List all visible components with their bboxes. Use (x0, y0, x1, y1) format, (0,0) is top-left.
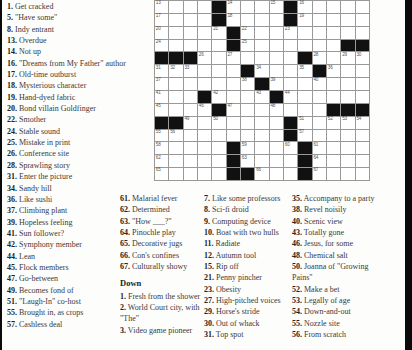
cell-number: 41 (156, 91, 161, 96)
clue-item: 5. "Have some" (7, 12, 140, 23)
grid-cell[interactable] (241, 52, 254, 64)
grid-cell[interactable] (327, 142, 340, 154)
grid-cell[interactable] (255, 14, 268, 26)
black-square (298, 155, 311, 167)
grid-cell[interactable] (313, 91, 326, 103)
cell-number: 52 (328, 117, 333, 122)
clue-item: 16. "Dreams from My Father" author (7, 58, 140, 69)
grid-cell[interactable] (169, 40, 182, 52)
grid-cell[interactable] (298, 91, 311, 103)
grid-cell[interactable] (255, 142, 268, 154)
cell-number: 61 (313, 143, 318, 148)
grid-cell[interactable] (327, 40, 340, 52)
black-square (169, 52, 182, 64)
grid-cell[interactable]: 24 (155, 40, 168, 52)
grid-cell[interactable]: 60 (284, 142, 297, 154)
cell-number: 66 (256, 168, 261, 173)
grid-cell[interactable]: 25 (241, 40, 254, 52)
grid-cell[interactable] (356, 14, 369, 26)
grid-cell[interactable] (198, 27, 211, 39)
grid-cell[interactable] (356, 142, 369, 154)
cell-number: 19 (299, 14, 304, 19)
grid-cell[interactable]: 19 (298, 14, 311, 26)
grid-cell[interactable] (241, 130, 254, 142)
grid-cell[interactable]: 14 (227, 1, 240, 13)
black-square (298, 168, 311, 180)
grid-cell[interactable] (356, 91, 369, 103)
grid-cell[interactable]: 30 (356, 52, 369, 64)
grid-cell[interactable] (327, 155, 340, 167)
across-clue-list-continued: 61. Malarial fever62. Determined63. "How… (120, 193, 204, 272)
grid-cell[interactable]: 38 (241, 78, 254, 90)
black-square (298, 142, 311, 154)
grid-cell[interactable]: 48 (270, 104, 283, 116)
grid-cell[interactable] (198, 65, 211, 77)
grid-cell[interactable] (284, 104, 297, 116)
cell-number: 53 (342, 117, 347, 122)
black-square (284, 14, 297, 26)
clue-item: 2. World Court city, with "The" (120, 302, 204, 325)
clue-item: 53. Legally of age (292, 295, 384, 306)
black-square (327, 104, 340, 116)
grid-cell[interactable] (313, 14, 326, 26)
grid-cell[interactable] (270, 168, 283, 180)
grid-cell[interactable] (212, 168, 225, 180)
grid-cell[interactable] (341, 27, 354, 39)
cell-number: 55 (156, 130, 161, 135)
clue-item: 54. Down-and-out (292, 306, 384, 317)
cell-number: 54 (356, 117, 361, 122)
clue-item: 67. Culturally showy (120, 261, 204, 272)
grid-cell[interactable] (241, 1, 254, 13)
cell-number: 48 (270, 104, 275, 109)
cell-number: 49 (184, 117, 189, 122)
cell-number: 31 (156, 66, 161, 71)
grid-cell[interactable] (356, 65, 369, 77)
cell-number: 23 (285, 27, 290, 32)
clue-item: 3. Video game pioneer (120, 325, 204, 336)
grid-cell[interactable] (298, 27, 311, 39)
grid-cell[interactable] (327, 52, 340, 64)
down-clue-list-2: 7. Like some professors8. Sci-fi droid9.… (204, 193, 296, 340)
clue-item: 20. Bond villain Goldfinger (7, 103, 140, 114)
clue-item: 1. Get cracked (7, 1, 140, 12)
grid-cell[interactable] (356, 155, 369, 167)
grid-cell[interactable] (313, 104, 326, 116)
cell-number: 36 (328, 66, 333, 71)
grid-cell[interactable] (341, 168, 354, 180)
black-square (341, 104, 354, 116)
grid-cell[interactable]: 54 (356, 117, 369, 129)
black-square (227, 40, 240, 52)
grid-cell[interactable] (327, 78, 340, 90)
clue-item: 15. Rip off (204, 261, 296, 272)
grid-cell[interactable]: 67 (313, 168, 326, 180)
grid-cell[interactable] (284, 78, 297, 90)
black-square (356, 40, 369, 52)
grid-cell[interactable]: 41 (155, 91, 168, 103)
grid-cell[interactable]: 15 (270, 1, 283, 13)
down-clue-list-1: 1. Fresh from the shower2. World Court c… (120, 291, 204, 336)
cell-number: 42 (213, 91, 218, 96)
grid-cell[interactable] (198, 78, 211, 90)
grid-cell[interactable]: 22 (241, 27, 254, 39)
grid-cell[interactable] (241, 14, 254, 26)
cell-number: 37 (156, 78, 161, 83)
clue-item: 38. Revel noisily (292, 204, 384, 215)
grid-cell[interactable]: 61 (313, 142, 326, 154)
cell-number: 44 (285, 91, 290, 96)
black-square (241, 65, 254, 77)
down-section-header: Down (120, 278, 204, 289)
clue-item: 9. Computing device (204, 216, 296, 227)
grid-cell[interactable] (198, 40, 211, 52)
clue-item: 29. Horse's stride (204, 306, 296, 317)
clue-item: 56. From scratch (292, 329, 384, 340)
bottom-left-clue-column: 61. Malarial fever62. Determined63. "How… (120, 193, 204, 336)
grid-cell[interactable] (270, 40, 283, 52)
grid-cell[interactable] (270, 155, 283, 167)
cell-number: 22 (242, 27, 247, 32)
clue-item: 10. Boat with two hulls (204, 227, 296, 238)
grid-cell[interactable] (184, 91, 197, 103)
grid-cell[interactable] (313, 130, 326, 142)
cell-number: 15 (270, 1, 275, 6)
cell-number: 18 (227, 14, 232, 19)
clue-item: 11. Radiate (204, 238, 296, 249)
grid-cell[interactable] (169, 142, 182, 154)
cell-number: 63 (242, 156, 247, 161)
crossword-grid[interactable]: 1314151617181920212223242526272829303132… (154, 0, 370, 181)
grid-cell[interactable] (284, 168, 297, 180)
clue-item: 12. Autumn tool (204, 250, 296, 261)
cell-number: 56 (170, 130, 175, 135)
cell-number: 34 (256, 66, 261, 71)
grid-cell[interactable] (241, 117, 254, 129)
clue-item: 19. Hand-dyed fabric (7, 92, 140, 103)
grid-cell[interactable] (198, 1, 211, 13)
grid-cell[interactable]: 16 (298, 1, 311, 13)
grid-cell[interactable] (255, 155, 268, 167)
grid-cell[interactable]: 51 (298, 117, 311, 129)
clue-item: 46. Jesus, for some (292, 238, 384, 249)
cell-number: 14 (227, 1, 232, 6)
grid-cell[interactable] (356, 1, 369, 13)
cell-number: 50 (213, 117, 218, 122)
clue-item: 8. Indy entrant (7, 24, 140, 35)
grid-cell[interactable]: 46 (198, 104, 211, 116)
cell-number: 32 (170, 66, 175, 71)
grid-cell[interactable] (227, 91, 240, 103)
cell-number: 13 (156, 1, 161, 6)
grid-cell[interactable]: 49 (184, 117, 197, 129)
grid-cell[interactable] (212, 78, 225, 90)
grid-cell[interactable] (184, 155, 197, 167)
grid-cell[interactable] (227, 130, 240, 142)
grid-cell[interactable] (198, 14, 211, 26)
grid-cell[interactable] (270, 27, 283, 39)
grid-cell[interactable] (184, 14, 197, 26)
grid-cell[interactable] (227, 65, 240, 77)
grid-cell[interactable]: 36 (327, 65, 340, 77)
clue-item: 43. Totally gone (292, 227, 384, 238)
grid-cell[interactable] (327, 168, 340, 180)
grid-cell[interactable]: 26 (198, 52, 211, 64)
cell-number: 27 (227, 53, 232, 58)
grid-cell[interactable] (255, 104, 268, 116)
clue-item: 23. Obesity (204, 284, 296, 295)
cell-number: 65 (156, 168, 161, 173)
black-square (184, 52, 197, 64)
black-square (212, 104, 225, 116)
cell-number: 35 (299, 66, 304, 71)
grid-cell[interactable]: 32 (169, 65, 182, 77)
clue-item: 31. Top spot (204, 329, 296, 340)
grid-cell[interactable]: 37 (155, 78, 168, 90)
grid-cell[interactable] (313, 117, 326, 129)
grid-cell[interactable] (227, 78, 240, 90)
grid-cell[interactable] (255, 130, 268, 142)
clue-item: 52. Make a bet (292, 284, 384, 295)
grid-cell[interactable] (341, 1, 354, 13)
grid-cell[interactable]: 33 (184, 65, 197, 77)
grid-cell[interactable]: 20 (155, 27, 168, 39)
black-square (212, 14, 225, 26)
cell-number: 16 (299, 1, 304, 6)
grid-cell[interactable] (169, 155, 182, 167)
grid-cell[interactable]: 65 (155, 168, 168, 180)
black-square (341, 40, 354, 52)
grid-cell[interactable] (169, 78, 182, 90)
black-square (284, 1, 297, 13)
grid-cell[interactable] (341, 91, 354, 103)
grid-cell[interactable]: 29 (341, 52, 354, 64)
cell-number: 21 (213, 27, 218, 32)
grid-cell[interactable] (212, 155, 225, 167)
black-square (169, 117, 182, 129)
grid-cell[interactable] (184, 1, 197, 13)
cell-number: 51 (299, 117, 304, 122)
grid-cell[interactable]: 23 (284, 27, 297, 39)
cell-number: 46 (199, 104, 204, 109)
grid-cell[interactable]: 55 (155, 130, 168, 142)
grid-cell[interactable]: 28 (313, 52, 326, 64)
grid-cell[interactable] (169, 27, 182, 39)
grid-cell[interactable]: 53 (341, 117, 354, 129)
black-square (356, 104, 369, 116)
clue-item: 64. Pinochle play (120, 227, 204, 238)
grid-cell[interactable] (341, 65, 354, 77)
grid-cell[interactable] (327, 14, 340, 26)
grid-cell[interactable]: 21 (212, 27, 225, 39)
grid-cell[interactable] (184, 27, 197, 39)
grid-cell[interactable]: 39 (270, 78, 283, 90)
cell-number: 30 (356, 53, 361, 58)
black-square (155, 52, 168, 64)
black-square (313, 65, 326, 77)
grid-cell[interactable] (241, 104, 254, 116)
grid-cell[interactable] (212, 65, 225, 77)
cell-number: 45 (156, 104, 161, 109)
clue-item: 14. Not up (7, 46, 140, 57)
grid-cell[interactable] (298, 104, 311, 116)
grid-cell[interactable] (270, 52, 283, 64)
grid-cell[interactable] (184, 130, 197, 142)
grid-cell[interactable]: 63 (241, 155, 254, 167)
grid-cell[interactable] (255, 1, 268, 13)
black-square (155, 117, 168, 129)
grid-cell[interactable] (313, 40, 326, 52)
black-square (227, 142, 240, 154)
grid-cell[interactable] (298, 40, 311, 52)
grid-cell[interactable] (255, 52, 268, 64)
clue-item: 17. Old-time outburst (7, 69, 140, 80)
grid-cell[interactable] (169, 14, 182, 26)
clue-item: 27. High-pitched voices (204, 295, 296, 306)
grid-cell[interactable] (327, 91, 340, 103)
clue-item: 48. Chemical salt (292, 250, 384, 261)
grid-cell[interactable] (356, 78, 369, 90)
grid-cell[interactable] (184, 40, 197, 52)
clue-item: 13. Overdue (7, 35, 140, 46)
clue-item: 18. Mysterious character (7, 80, 140, 91)
clue-item: 8. Sci-fi droid (204, 204, 296, 215)
grid-cell[interactable] (198, 117, 211, 129)
grid-cell[interactable] (356, 130, 369, 142)
grid-cell[interactable]: 47 (227, 104, 240, 116)
grid-cell[interactable] (212, 142, 225, 154)
grid-cell[interactable] (198, 155, 211, 167)
cell-number: 64 (313, 156, 318, 161)
cell-number: 39 (270, 78, 275, 83)
grid-cell[interactable] (184, 168, 197, 180)
grid-cell[interactable]: 58 (155, 142, 168, 154)
grid-cell[interactable] (255, 117, 268, 129)
cell-number: 25 (242, 40, 247, 45)
grid-cell[interactable]: 57 (298, 130, 311, 142)
grid-cell[interactable] (327, 1, 340, 13)
clue-item: 63. "How ___?" (120, 216, 204, 227)
grid-cell[interactable] (356, 27, 369, 39)
grid-cell[interactable] (341, 142, 354, 154)
cell-number: 58 (156, 143, 161, 148)
cell-number: 17 (156, 14, 161, 19)
grid-cell[interactable] (313, 1, 326, 13)
grid-cell[interactable]: 35 (298, 65, 311, 77)
grid-cell[interactable] (313, 27, 326, 39)
grid-cell[interactable]: 56 (169, 130, 182, 142)
clue-item: 30. Out of whack (204, 318, 296, 329)
grid-cell[interactable] (341, 78, 354, 90)
grid-cell[interactable]: 17 (155, 14, 168, 26)
grid-cell[interactable] (270, 65, 283, 77)
grid-cell[interactable] (270, 117, 283, 129)
down-clue-list-3: 35. Accompany to a party38. Revel noisil… (292, 193, 384, 340)
grid-cell[interactable]: 64 (313, 155, 326, 167)
grid-cell[interactable] (184, 78, 197, 90)
grid-cell[interactable] (184, 142, 197, 154)
grid-cell[interactable] (284, 155, 297, 167)
clue-item: 55. Nozzle site (292, 318, 384, 329)
grid-cell[interactable] (227, 117, 240, 129)
grid-cell[interactable] (198, 168, 211, 180)
clue-item: 24. Stable sound (7, 126, 140, 137)
grid-cell[interactable]: 44 (284, 91, 297, 103)
cell-number: 43 (256, 91, 261, 96)
grid-cell[interactable]: 34 (255, 65, 268, 77)
grid-cell[interactable] (284, 65, 297, 77)
grid-cell[interactable] (341, 130, 354, 142)
grid-cell[interactable] (270, 142, 283, 154)
grid-cell[interactable] (255, 27, 268, 39)
cell-number: 26 (199, 53, 204, 58)
grid-cell[interactable] (198, 142, 211, 154)
cell-number: 59 (242, 143, 247, 148)
grid-cell[interactable] (169, 91, 182, 103)
grid-cell[interactable] (184, 104, 197, 116)
grid-cell[interactable]: 59 (241, 142, 254, 154)
grid-cell[interactable] (212, 52, 225, 64)
grid-cell[interactable] (241, 91, 254, 103)
cell-number: 60 (285, 143, 290, 148)
grid-cell[interactable]: 45 (155, 104, 168, 116)
clue-item: 66. Con's confines (120, 250, 204, 261)
page-scan-edge-left (0, 0, 2, 350)
grid-cell[interactable] (284, 52, 297, 64)
grid-cell[interactable] (341, 14, 354, 26)
black-square (298, 52, 311, 64)
grid-cell[interactable] (298, 78, 311, 90)
grid-cell[interactable] (356, 168, 369, 180)
grid-cell[interactable] (255, 40, 268, 52)
grid-cell[interactable] (270, 14, 283, 26)
grid-cell[interactable] (169, 104, 182, 116)
clue-item: 40. Scenic view (292, 216, 384, 227)
grid-cell[interactable] (284, 40, 297, 52)
clue-item: 22. Smother (7, 114, 140, 125)
grid-cell[interactable] (341, 155, 354, 167)
grid-cell[interactable]: 27 (227, 52, 240, 64)
cell-number: 40 (313, 78, 318, 83)
cell-number: 62 (156, 156, 161, 161)
clue-item: 50. Joanna of "Growing Pains" (292, 261, 384, 284)
grid-cell[interactable]: 18 (227, 14, 240, 26)
grid-cell[interactable]: 43 (255, 91, 268, 103)
cell-number: 67 (313, 168, 318, 173)
grid-cell[interactable] (270, 130, 283, 142)
grid-cell[interactable] (169, 168, 182, 180)
grid-cell[interactable] (198, 130, 211, 142)
grid-cell[interactable]: 66 (255, 168, 268, 180)
grid-cell[interactable]: 52 (327, 117, 340, 129)
cell-number: 24 (156, 40, 161, 45)
grid-cell[interactable]: 13 (155, 1, 168, 13)
grid-cell[interactable] (327, 27, 340, 39)
black-square (227, 155, 240, 167)
clue-item: 28. Sprawling story (7, 160, 140, 171)
cell-number: 33 (184, 66, 189, 71)
grid-cell[interactable]: 62 (155, 155, 168, 167)
grid-cell[interactable]: 50 (212, 117, 225, 129)
grid-cell[interactable]: 40 (313, 78, 326, 90)
grid-cell[interactable] (212, 40, 225, 52)
clue-item: 25. Mistake in print (7, 137, 140, 148)
grid-cell[interactable] (169, 1, 182, 13)
grid-cell[interactable] (327, 130, 340, 142)
grid-cell[interactable]: 31 (155, 65, 168, 77)
grid-cell[interactable]: 42 (212, 91, 225, 103)
grid-cell[interactable] (212, 130, 225, 142)
